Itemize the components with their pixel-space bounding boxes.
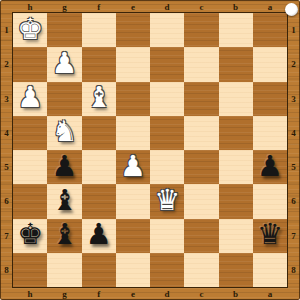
square-b1[interactable] <box>219 13 253 47</box>
rank-labels-left: 12345678 <box>0 13 13 287</box>
square-a7[interactable]: ♛ <box>253 219 287 253</box>
square-b3[interactable] <box>219 82 253 116</box>
square-c3[interactable] <box>184 82 218 116</box>
square-c5[interactable] <box>184 150 218 184</box>
square-b4[interactable] <box>219 116 253 150</box>
rank-label-3: 3 <box>0 82 13 116</box>
square-g1[interactable] <box>47 13 81 47</box>
black-pawn-a5[interactable]: ♟ <box>257 152 283 181</box>
square-g7[interactable]: ♝ <box>47 219 81 253</box>
square-e6[interactable] <box>116 184 150 218</box>
file-labels-bottom: hgfedcba <box>13 287 287 300</box>
rank-labels-right: 12345678 <box>287 13 300 287</box>
square-b5[interactable] <box>219 150 253 184</box>
file-labels-top: hgfedcba <box>13 0 287 13</box>
square-d7[interactable] <box>150 219 184 253</box>
square-f6[interactable] <box>82 184 116 218</box>
file-label-a: a <box>253 0 287 13</box>
square-h8[interactable] <box>13 253 47 287</box>
square-f1[interactable] <box>82 13 116 47</box>
file-label-b: b <box>219 0 253 13</box>
square-e1[interactable] <box>116 13 150 47</box>
square-g3[interactable] <box>47 82 81 116</box>
square-h1[interactable]: ♚ <box>13 13 47 47</box>
rank-label-2: 2 <box>0 47 13 81</box>
rank-label-7: 7 <box>0 219 13 253</box>
rank-label-4: 4 <box>0 116 13 150</box>
rank-label-6: 6 <box>0 184 13 218</box>
square-c1[interactable] <box>184 13 218 47</box>
file-label-e: e <box>116 287 150 300</box>
file-label-c: c <box>184 0 218 13</box>
square-g5[interactable]: ♟ <box>47 150 81 184</box>
rank-label-1: 1 <box>0 13 13 47</box>
rank-label-5: 5 <box>287 150 300 184</box>
square-a1[interactable] <box>253 13 287 47</box>
rank-label-8: 8 <box>287 253 300 287</box>
file-label-g: g <box>47 0 81 13</box>
file-label-h: h <box>13 0 47 13</box>
white-queen-d6[interactable]: ♛ <box>154 186 180 215</box>
rank-label-8: 8 <box>0 253 13 287</box>
square-f5[interactable] <box>82 150 116 184</box>
white-pawn-e5[interactable]: ♟ <box>120 152 146 181</box>
square-f4[interactable] <box>82 116 116 150</box>
square-g2[interactable]: ♟ <box>47 47 81 81</box>
square-g4[interactable]: ♞ <box>47 116 81 150</box>
white-king-h1[interactable]: ♚ <box>17 15 43 44</box>
file-label-f: f <box>82 287 116 300</box>
square-h7[interactable]: ♚ <box>13 219 47 253</box>
square-h5[interactable] <box>13 150 47 184</box>
square-a6[interactable] <box>253 184 287 218</box>
square-a5[interactable]: ♟ <box>253 150 287 184</box>
black-queen-a7[interactable]: ♛ <box>257 220 283 249</box>
square-f8[interactable] <box>82 253 116 287</box>
square-a4[interactable] <box>253 116 287 150</box>
square-c6[interactable] <box>184 184 218 218</box>
white-pawn-g2[interactable]: ♟ <box>51 49 77 78</box>
rank-label-6: 6 <box>287 184 300 218</box>
square-e3[interactable] <box>116 82 150 116</box>
file-label-f: f <box>82 0 116 13</box>
square-d4[interactable] <box>150 116 184 150</box>
white-knight-g4[interactable]: ♞ <box>51 117 77 146</box>
square-d1[interactable] <box>150 13 184 47</box>
black-pawn-g5[interactable]: ♟ <box>51 152 77 181</box>
square-h6[interactable] <box>13 184 47 218</box>
square-a8[interactable] <box>253 253 287 287</box>
board-grid: ♚♟♟♝♞♟♟♟♝♛♚♝♟♛ <box>13 13 287 287</box>
rank-label-3: 3 <box>287 82 300 116</box>
square-d5[interactable] <box>150 150 184 184</box>
chess-board: hgfedcba hgfedcba 12345678 12345678 ♚♟♟♝… <box>0 0 300 300</box>
rank-label-7: 7 <box>287 219 300 253</box>
square-b8[interactable] <box>219 253 253 287</box>
file-label-e: e <box>116 0 150 13</box>
square-e5[interactable]: ♟ <box>116 150 150 184</box>
square-c2[interactable] <box>184 47 218 81</box>
square-f7[interactable]: ♟ <box>82 219 116 253</box>
square-h4[interactable] <box>13 116 47 150</box>
square-b7[interactable] <box>219 219 253 253</box>
black-bishop-g6[interactable]: ♝ <box>51 186 77 215</box>
square-f3[interactable]: ♝ <box>82 82 116 116</box>
square-e2[interactable] <box>116 47 150 81</box>
rank-label-1: 1 <box>287 13 300 47</box>
square-b2[interactable] <box>219 47 253 81</box>
file-label-g: g <box>47 287 81 300</box>
square-c7[interactable] <box>184 219 218 253</box>
file-label-h: h <box>13 287 47 300</box>
rank-label-2: 2 <box>287 47 300 81</box>
black-king-h7[interactable]: ♚ <box>17 220 43 249</box>
square-g6[interactable]: ♝ <box>47 184 81 218</box>
square-e7[interactable] <box>116 219 150 253</box>
square-d6[interactable]: ♛ <box>150 184 184 218</box>
square-g8[interactable] <box>47 253 81 287</box>
white-pawn-h3[interactable]: ♟ <box>17 83 43 112</box>
square-e4[interactable] <box>116 116 150 150</box>
file-label-d: d <box>150 287 184 300</box>
square-c4[interactable] <box>184 116 218 150</box>
file-label-c: c <box>184 287 218 300</box>
square-a3[interactable] <box>253 82 287 116</box>
square-e8[interactable] <box>116 253 150 287</box>
square-f2[interactable] <box>82 47 116 81</box>
square-h3[interactable]: ♟ <box>13 82 47 116</box>
square-d8[interactable] <box>150 253 184 287</box>
rank-label-5: 5 <box>0 150 13 184</box>
file-label-b: b <box>219 287 253 300</box>
file-label-a: a <box>253 287 287 300</box>
file-label-d: d <box>150 0 184 13</box>
square-h2[interactable] <box>13 47 47 81</box>
black-bishop-g7[interactable]: ♝ <box>51 220 77 249</box>
square-c8[interactable] <box>184 253 218 287</box>
white-bishop-f3[interactable]: ♝ <box>86 83 112 112</box>
rank-label-4: 4 <box>287 116 300 150</box>
square-b6[interactable] <box>219 184 253 218</box>
square-a2[interactable] <box>253 47 287 81</box>
square-d3[interactable] <box>150 82 184 116</box>
square-d2[interactable] <box>150 47 184 81</box>
black-pawn-f7[interactable]: ♟ <box>86 220 112 249</box>
white-to-move-indicator <box>285 3 298 16</box>
